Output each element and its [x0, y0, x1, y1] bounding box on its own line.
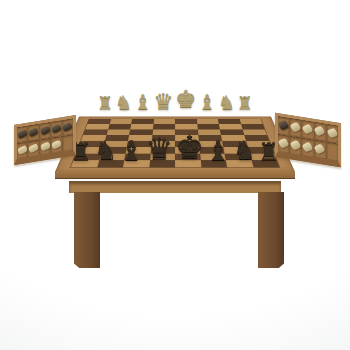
- drawer-slot: [40, 122, 50, 139]
- drawer-slot: [327, 142, 338, 161]
- drawer-slot: [278, 134, 289, 153]
- drawer-slot: [290, 118, 301, 137]
- drawer-slot: [40, 138, 50, 155]
- stored-piece-dark: [28, 127, 38, 137]
- drawer-slot: [51, 136, 61, 153]
- stored-piece-dark: [17, 129, 27, 139]
- drawer-slot: [28, 124, 38, 141]
- stored-piece-light: [17, 145, 27, 155]
- stored-piece-light: [277, 138, 289, 149]
- chess-piece-R: ♜: [237, 94, 253, 112]
- table-leg-right: [258, 192, 284, 268]
- drawer-slot: [17, 126, 27, 143]
- stored-piece-light: [326, 128, 338, 139]
- stored-piece-dark: [63, 122, 73, 132]
- chess-piece-N: ♞: [94, 138, 117, 164]
- stored-piece-dark: [277, 120, 289, 131]
- stored-piece-light: [40, 141, 50, 151]
- near-piece-row: ♜♞♝♛♚♝♞♜: [70, 116, 280, 164]
- chess-table-photo: ♜♞♝♛♚♝♞♜ ♜♞♝♛♚♝♞♜: [0, 0, 350, 350]
- drawer-slot: [63, 135, 73, 152]
- drawer-slot: [51, 120, 61, 137]
- drawer-slot: [17, 142, 27, 159]
- drawer-slot: [63, 119, 73, 136]
- drawer-slot: [327, 124, 338, 143]
- stored-piece-dark: [51, 124, 61, 134]
- drawer-slot: [315, 140, 326, 159]
- stored-piece-light: [302, 124, 314, 135]
- stored-piece-dark: [40, 125, 50, 135]
- chess-piece-Q: ♛: [146, 134, 173, 164]
- chess-piece-N: ♞: [218, 93, 235, 112]
- drawer-slot: [28, 140, 38, 157]
- chess-piece-N: ♞: [115, 93, 132, 112]
- chess-piece-R: ♜: [97, 94, 113, 112]
- table-leg-left: [74, 192, 100, 268]
- table-apron: [69, 181, 281, 193]
- chess-piece-K: ♚: [175, 132, 204, 164]
- drawer-slot: [278, 116, 289, 135]
- chess-piece-B: ♝: [134, 92, 152, 112]
- chess-piece-N: ♞: [233, 138, 256, 164]
- stored-piece-light: [314, 126, 326, 137]
- drawer-slot: [315, 122, 326, 141]
- chess-piece-Q: ♛: [154, 90, 174, 112]
- stored-piece-light: [302, 142, 314, 153]
- stored-piece-light: [314, 144, 326, 155]
- drawer-slot: [302, 138, 313, 157]
- far-piece-row: ♜♞♝♛♚♝♞♜: [97, 74, 253, 112]
- tabletop-front-edge: [55, 171, 295, 179]
- chess-piece-K: ♚: [175, 88, 196, 112]
- chess-piece-B: ♝: [206, 137, 230, 164]
- stored-piece-light: [51, 140, 61, 150]
- drawer-slot: [302, 120, 313, 139]
- chess-piece-B: ♝: [198, 92, 216, 112]
- chess-piece-B: ♝: [119, 137, 143, 164]
- stored-piece-light: [290, 122, 302, 133]
- drawer-slot: [290, 136, 301, 155]
- stored-piece-light: [28, 143, 38, 153]
- stored-piece-light: [290, 140, 302, 151]
